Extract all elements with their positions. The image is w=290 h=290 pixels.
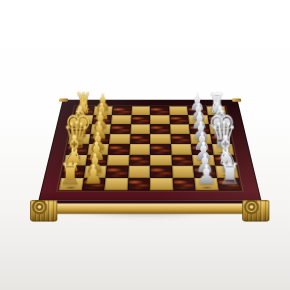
studio-background: ♜♟♟♜♞♟♟♞♝♟♟♝♚♟♟♚♛♟♟♛♝♟♟♝♞♟♟♞♜♟♟♜ [0, 0, 290, 290]
board-square [131, 106, 150, 115]
board-square [128, 155, 150, 166]
board-square [171, 144, 193, 155]
board-square [129, 144, 150, 155]
board-square [150, 144, 171, 155]
board-square [104, 178, 127, 190]
board-square: ♜ [216, 178, 241, 190]
front-right-leg [242, 200, 269, 222]
board-square: ♟ [81, 178, 105, 190]
front-left-leg [30, 200, 57, 222]
board-square [109, 134, 130, 144]
board-front-edge [37, 200, 262, 214]
board-square [128, 166, 150, 178]
board-square [170, 124, 190, 134]
board-square [112, 106, 132, 115]
board-grid: ♜♟♟♜♞♟♟♞♝♟♟♝♚♟♟♚♛♟♟♛♝♟♟♝♞♟♟♞♜♟♟♜ [59, 106, 242, 190]
board-square [130, 124, 150, 134]
board-square [108, 144, 130, 155]
gold-pawn: ♟ [83, 162, 103, 189]
board-square [150, 155, 172, 166]
board-square [150, 178, 173, 190]
board-square [130, 134, 151, 144]
chess-board: ♜♟♟♜♞♟♟♞♝♟♟♝♚♟♟♚♛♟♟♛♝♟♟♝♞♟♟♞♜♟♟♜ [38, 100, 261, 201]
board-square: ♜ [59, 178, 84, 190]
board-square [107, 155, 129, 166]
board-square [150, 124, 170, 134]
board-square [110, 124, 130, 134]
board-square [131, 115, 151, 124]
board-square [150, 134, 171, 144]
board-square [170, 134, 191, 144]
board-square: ♟ [194, 178, 218, 190]
board-square [172, 166, 195, 178]
board-square [172, 178, 195, 190]
board-square [150, 106, 169, 115]
board-square [169, 115, 189, 124]
board-square [106, 166, 129, 178]
board-square [150, 115, 170, 124]
scene: ♜♟♟♜♞♟♟♞♝♟♟♝♚♟♟♚♛♟♟♛♝♟♟♝♞♟♟♞♜♟♟♜ [0, 0, 290, 290]
gold-rook: ♜ [59, 158, 82, 188]
silver-rook: ♜ [218, 158, 241, 188]
board-square [127, 178, 150, 190]
board-square [169, 106, 188, 115]
brass-edge-strip [37, 204, 262, 214]
board-square [150, 166, 172, 178]
board-square [171, 155, 193, 166]
board-square [111, 115, 131, 124]
silver-pawn: ♟ [197, 162, 217, 189]
